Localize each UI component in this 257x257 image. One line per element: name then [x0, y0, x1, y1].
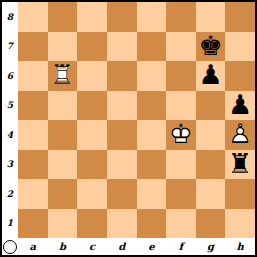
square-h1[interactable]: [225, 209, 255, 239]
square-d7[interactable]: [107, 32, 137, 62]
square-c7[interactable]: [77, 32, 107, 62]
square-c8[interactable]: [77, 2, 107, 32]
rank-label-5: 5: [2, 91, 18, 121]
square-b4[interactable]: [48, 120, 78, 150]
rank-label-6: 6: [2, 61, 18, 91]
piece-white-pawn-h4: ♟♙: [228, 120, 252, 147]
rank-label-3: 3: [2, 150, 18, 180]
square-g3[interactable]: [196, 150, 226, 180]
square-d6[interactable]: [107, 61, 137, 91]
square-d1[interactable]: [107, 209, 137, 239]
square-e3[interactable]: [137, 150, 167, 180]
turn-indicator-cell: [2, 238, 18, 255]
square-c6[interactable]: [77, 61, 107, 91]
rank-label-8: 8: [2, 2, 18, 32]
square-g2[interactable]: [196, 179, 226, 209]
file-label-f: f: [166, 238, 196, 255]
square-c5[interactable]: [77, 91, 107, 121]
rank-label-7: 7: [2, 32, 18, 62]
file-label-b: b: [48, 238, 78, 255]
square-g4[interactable]: [196, 120, 226, 150]
square-g8[interactable]: [196, 2, 226, 32]
piece-white-king-f4: ♚♔: [169, 120, 193, 147]
square-f6[interactable]: [166, 61, 196, 91]
square-b3[interactable]: [48, 150, 78, 180]
file-label-h: h: [225, 238, 255, 255]
square-g6[interactable]: ♟: [196, 61, 226, 91]
piece-black-pawn-h5: ♟: [228, 91, 252, 118]
square-g7[interactable]: ♚: [196, 32, 226, 62]
square-a5[interactable]: [18, 91, 48, 121]
chess-board: 87♚6♜♖♟5♟4♚♔♟♙3♜21abcdefgh: [2, 2, 255, 255]
file-label-d: d: [107, 238, 137, 255]
file-label-a: a: [18, 238, 48, 255]
square-h6[interactable]: [225, 61, 255, 91]
square-f7[interactable]: [166, 32, 196, 62]
square-f1[interactable]: [166, 209, 196, 239]
square-c3[interactable]: [77, 150, 107, 180]
square-h8[interactable]: [225, 2, 255, 32]
square-h7[interactable]: [225, 32, 255, 62]
square-e6[interactable]: [137, 61, 167, 91]
square-d4[interactable]: [107, 120, 137, 150]
file-label-e: e: [137, 238, 167, 255]
square-e4[interactable]: [137, 120, 167, 150]
rank-label-1: 1: [2, 209, 18, 239]
square-a4[interactable]: [18, 120, 48, 150]
square-f3[interactable]: [166, 150, 196, 180]
square-g1[interactable]: [196, 209, 226, 239]
square-c2[interactable]: [77, 179, 107, 209]
square-a6[interactable]: [18, 61, 48, 91]
square-b2[interactable]: [48, 179, 78, 209]
square-b5[interactable]: [48, 91, 78, 121]
rank-label-4: 4: [2, 120, 18, 150]
square-a2[interactable]: [18, 179, 48, 209]
square-c1[interactable]: [77, 209, 107, 239]
square-e5[interactable]: [137, 91, 167, 121]
square-b1[interactable]: [48, 209, 78, 239]
square-b6[interactable]: ♜♖: [48, 61, 78, 91]
square-e8[interactable]: [137, 2, 167, 32]
piece-black-rook-h3: ♜: [228, 150, 252, 177]
square-h4[interactable]: ♟♙: [225, 120, 255, 150]
square-b7[interactable]: [48, 32, 78, 62]
square-d5[interactable]: [107, 91, 137, 121]
square-c4[interactable]: [77, 120, 107, 150]
square-a7[interactable]: [18, 32, 48, 62]
square-a1[interactable]: [18, 209, 48, 239]
rank-label-2: 2: [2, 179, 18, 209]
square-d8[interactable]: [107, 2, 137, 32]
file-label-c: c: [77, 238, 107, 255]
square-h5[interactable]: ♟: [225, 91, 255, 121]
square-e2[interactable]: [137, 179, 167, 209]
piece-white-rook-b6: ♜♖: [50, 61, 74, 88]
piece-black-pawn-g6: ♟: [198, 61, 222, 88]
square-f8[interactable]: [166, 2, 196, 32]
square-h2[interactable]: [225, 179, 255, 209]
square-f5[interactable]: [166, 91, 196, 121]
square-e7[interactable]: [137, 32, 167, 62]
square-f4[interactable]: ♚♔: [166, 120, 196, 150]
square-d3[interactable]: [107, 150, 137, 180]
board-frame: 87♚6♜♖♟5♟4♚♔♟♙3♜21abcdefgh: [0, 0, 257, 257]
square-h3[interactable]: ♜: [225, 150, 255, 180]
square-b8[interactable]: [48, 2, 78, 32]
file-label-g: g: [196, 238, 226, 255]
square-a8[interactable]: [18, 2, 48, 32]
square-e1[interactable]: [137, 209, 167, 239]
square-a3[interactable]: [18, 150, 48, 180]
square-d2[interactable]: [107, 179, 137, 209]
white-to-move-indicator: [3, 240, 17, 254]
square-g5[interactable]: [196, 91, 226, 121]
piece-black-king-g7: ♚: [198, 32, 222, 59]
square-f2[interactable]: [166, 179, 196, 209]
